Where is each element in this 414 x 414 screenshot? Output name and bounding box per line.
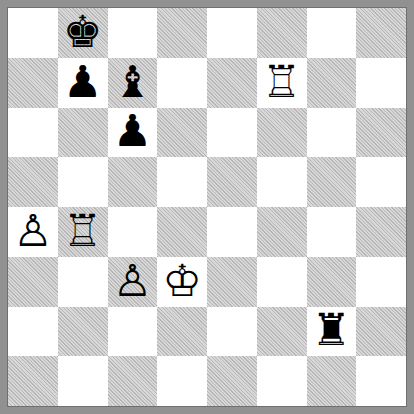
square-e5[interactable] (207, 157, 257, 207)
square-h4[interactable] (356, 207, 406, 257)
piece-white-pawn[interactable]: ♙ (113, 259, 152, 303)
square-c3[interactable]: ♙ (108, 257, 158, 307)
square-d8[interactable] (157, 8, 207, 58)
square-e3[interactable] (207, 257, 257, 307)
square-f2[interactable] (257, 307, 307, 357)
square-f5[interactable] (257, 157, 307, 207)
square-f6[interactable] (257, 108, 307, 158)
square-e4[interactable] (207, 207, 257, 257)
square-a1[interactable] (8, 356, 58, 406)
piece-white-rook[interactable]: ♖ (63, 209, 102, 253)
square-h7[interactable] (356, 58, 406, 108)
square-d4[interactable] (157, 207, 207, 257)
square-d1[interactable] (157, 356, 207, 406)
square-g6[interactable] (307, 108, 357, 158)
chess-board-grid: ♚♟♝♖♟♙♖♙♔♜ (8, 8, 406, 406)
square-b8[interactable]: ♚ (58, 8, 108, 58)
square-e2[interactable] (207, 307, 257, 357)
square-g1[interactable] (307, 356, 357, 406)
piece-white-pawn[interactable]: ♙ (13, 209, 52, 253)
square-f1[interactable] (257, 356, 307, 406)
square-b4[interactable]: ♖ (58, 207, 108, 257)
square-g3[interactable] (307, 257, 357, 307)
square-f7[interactable]: ♖ (257, 58, 307, 108)
square-h5[interactable] (356, 157, 406, 207)
square-c1[interactable] (108, 356, 158, 406)
square-a8[interactable] (8, 8, 58, 58)
piece-black-bishop[interactable]: ♝ (113, 60, 152, 104)
square-b5[interactable] (58, 157, 108, 207)
square-d7[interactable] (157, 58, 207, 108)
piece-black-pawn[interactable]: ♟ (63, 60, 102, 104)
piece-black-pawn[interactable]: ♟ (113, 109, 152, 153)
square-c8[interactable] (108, 8, 158, 58)
square-d6[interactable] (157, 108, 207, 158)
square-e7[interactable] (207, 58, 257, 108)
square-b2[interactable] (58, 307, 108, 357)
piece-black-rook[interactable]: ♜ (312, 308, 351, 352)
square-h6[interactable] (356, 108, 406, 158)
square-h8[interactable] (356, 8, 406, 58)
piece-white-king[interactable]: ♔ (162, 259, 201, 303)
square-b3[interactable] (58, 257, 108, 307)
square-g2[interactable]: ♜ (307, 307, 357, 357)
square-g4[interactable] (307, 207, 357, 257)
square-h2[interactable] (356, 307, 406, 357)
square-f4[interactable] (257, 207, 307, 257)
square-a5[interactable] (8, 157, 58, 207)
square-d5[interactable] (157, 157, 207, 207)
square-d3[interactable]: ♔ (157, 257, 207, 307)
square-c5[interactable] (108, 157, 158, 207)
square-g7[interactable] (307, 58, 357, 108)
square-b1[interactable] (58, 356, 108, 406)
square-b6[interactable] (58, 108, 108, 158)
piece-black-king[interactable]: ♚ (63, 10, 102, 54)
square-f8[interactable] (257, 8, 307, 58)
chess-board: ♚♟♝♖♟♙♖♙♔♜ (0, 0, 414, 414)
square-h3[interactable] (356, 257, 406, 307)
square-c7[interactable]: ♝ (108, 58, 158, 108)
square-a2[interactable] (8, 307, 58, 357)
piece-white-rook[interactable]: ♖ (262, 60, 301, 104)
square-h1[interactable] (356, 356, 406, 406)
square-a3[interactable] (8, 257, 58, 307)
square-a4[interactable]: ♙ (8, 207, 58, 257)
square-c6[interactable]: ♟ (108, 108, 158, 158)
square-e6[interactable] (207, 108, 257, 158)
square-e1[interactable] (207, 356, 257, 406)
square-c4[interactable] (108, 207, 158, 257)
square-b7[interactable]: ♟ (58, 58, 108, 108)
square-c2[interactable] (108, 307, 158, 357)
square-e8[interactable] (207, 8, 257, 58)
square-g8[interactable] (307, 8, 357, 58)
square-f3[interactable] (257, 257, 307, 307)
square-a6[interactable] (8, 108, 58, 158)
square-g5[interactable] (307, 157, 357, 207)
square-a7[interactable] (8, 58, 58, 108)
square-d2[interactable] (157, 307, 207, 357)
